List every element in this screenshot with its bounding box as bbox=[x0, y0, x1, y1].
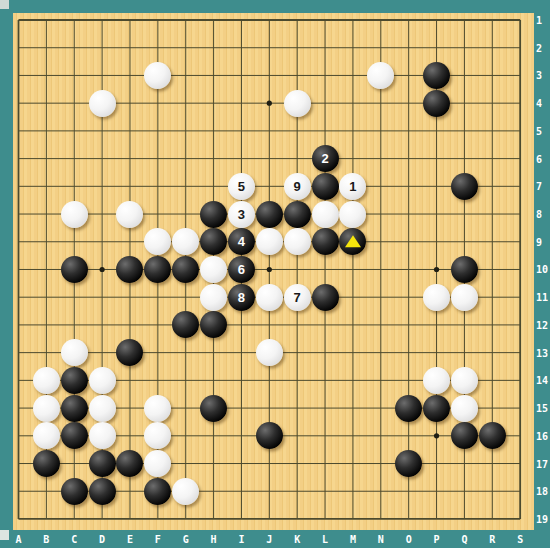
stone-black-F18 bbox=[144, 478, 171, 505]
col-label-K: K bbox=[294, 534, 300, 545]
stone-white-D14 bbox=[89, 367, 116, 394]
row-label-3: 3 bbox=[536, 70, 542, 81]
stone-white-Q14 bbox=[451, 367, 478, 394]
star-point-J4 bbox=[267, 101, 272, 106]
col-label-M: M bbox=[350, 534, 356, 545]
row-label-7: 7 bbox=[536, 181, 542, 192]
move-number-7: 7 bbox=[294, 284, 301, 311]
row-label-17: 17 bbox=[536, 458, 548, 469]
stone-black-D17 bbox=[89, 450, 116, 477]
stone-white-B14 bbox=[33, 367, 60, 394]
stone-black-D18 bbox=[89, 478, 116, 505]
stone-black-L6: 2 bbox=[312, 145, 339, 172]
stone-white-E8 bbox=[116, 201, 143, 228]
row-label-6: 6 bbox=[536, 153, 542, 164]
stone-white-J13 bbox=[256, 339, 283, 366]
stone-white-Q15 bbox=[451, 395, 478, 422]
col-label-P: P bbox=[434, 534, 440, 545]
col-label-C: C bbox=[71, 534, 77, 545]
stone-black-Q10 bbox=[451, 256, 478, 283]
stone-white-B15 bbox=[33, 395, 60, 422]
row-label-1: 1 bbox=[536, 15, 542, 26]
row-label-9: 9 bbox=[536, 236, 542, 247]
stone-white-K9 bbox=[284, 228, 311, 255]
stone-black-O17 bbox=[395, 450, 422, 477]
move-number-4: 4 bbox=[238, 228, 245, 255]
star-point-P10 bbox=[434, 267, 439, 272]
stone-black-I10: 6 bbox=[228, 256, 255, 283]
triangle-marker-icon bbox=[345, 235, 361, 247]
stone-black-I11: 8 bbox=[228, 284, 255, 311]
row-label-15: 15 bbox=[536, 403, 548, 414]
row-label-18: 18 bbox=[536, 486, 548, 497]
stone-black-C14 bbox=[61, 367, 88, 394]
col-label-G: G bbox=[183, 534, 189, 545]
stone-black-R16 bbox=[479, 422, 506, 449]
stone-white-C13 bbox=[61, 339, 88, 366]
stone-white-P14 bbox=[423, 367, 450, 394]
stone-black-B17 bbox=[33, 450, 60, 477]
row-label-19: 19 bbox=[536, 513, 548, 524]
stone-white-K4 bbox=[284, 90, 311, 117]
col-label-Q: Q bbox=[461, 534, 467, 545]
col-label-H: H bbox=[211, 534, 217, 545]
row-label-13: 13 bbox=[536, 347, 548, 358]
stone-white-M8 bbox=[339, 201, 366, 228]
col-label-E: E bbox=[127, 534, 133, 545]
col-label-B: B bbox=[43, 534, 49, 545]
stone-black-C16 bbox=[61, 422, 88, 449]
stone-white-I7: 5 bbox=[228, 173, 255, 200]
stone-white-D4 bbox=[89, 90, 116, 117]
stone-white-B16 bbox=[33, 422, 60, 449]
row-label-14: 14 bbox=[536, 375, 548, 386]
stone-black-O15 bbox=[395, 395, 422, 422]
stone-white-J9 bbox=[256, 228, 283, 255]
col-label-J: J bbox=[266, 534, 272, 545]
col-label-O: O bbox=[406, 534, 412, 545]
stone-white-F15 bbox=[144, 395, 171, 422]
move-number-5: 5 bbox=[238, 173, 245, 200]
row-label-4: 4 bbox=[536, 98, 542, 109]
stone-white-Q11 bbox=[451, 284, 478, 311]
move-number-3: 3 bbox=[238, 201, 245, 228]
stone-white-K7: 9 bbox=[284, 173, 311, 200]
row-label-5: 5 bbox=[536, 125, 542, 136]
stone-black-C18 bbox=[61, 478, 88, 505]
stone-white-D16 bbox=[89, 422, 116, 449]
col-label-D: D bbox=[99, 534, 105, 545]
move-number-9: 9 bbox=[294, 173, 301, 200]
move-number-6: 6 bbox=[238, 256, 245, 283]
stone-black-C10 bbox=[61, 256, 88, 283]
stone-black-P3 bbox=[423, 62, 450, 89]
star-point-J10 bbox=[267, 267, 272, 272]
row-label-10: 10 bbox=[536, 264, 548, 275]
stone-white-C8 bbox=[61, 201, 88, 228]
star-point-P16 bbox=[434, 433, 439, 438]
stone-black-K8 bbox=[284, 201, 311, 228]
col-label-A: A bbox=[15, 534, 21, 545]
col-label-L: L bbox=[322, 534, 328, 545]
window-corner-artifact bbox=[0, 0, 9, 9]
row-label-16: 16 bbox=[536, 430, 548, 441]
stone-white-L8 bbox=[312, 201, 339, 228]
stone-black-J16 bbox=[256, 422, 283, 449]
stone-white-I8: 3 bbox=[228, 201, 255, 228]
stone-black-G10 bbox=[172, 256, 199, 283]
move-number-1: 1 bbox=[349, 173, 356, 200]
move-number-8: 8 bbox=[238, 284, 245, 311]
stone-black-H15 bbox=[200, 395, 227, 422]
stone-black-L7 bbox=[312, 173, 339, 200]
stone-white-H10 bbox=[200, 256, 227, 283]
col-label-S: S bbox=[517, 534, 523, 545]
stone-black-H8 bbox=[200, 201, 227, 228]
stone-black-J8 bbox=[256, 201, 283, 228]
col-label-I: I bbox=[238, 534, 244, 545]
window-corner-artifact bbox=[0, 530, 9, 540]
stone-black-Q16 bbox=[451, 422, 478, 449]
stone-black-Q7 bbox=[451, 173, 478, 200]
stone-white-D15 bbox=[89, 395, 116, 422]
move-number-2: 2 bbox=[321, 145, 328, 172]
stone-black-P15 bbox=[423, 395, 450, 422]
row-label-11: 11 bbox=[536, 292, 548, 303]
stone-black-I9: 4 bbox=[228, 228, 255, 255]
stone-white-J11 bbox=[256, 284, 283, 311]
stone-black-L9 bbox=[312, 228, 339, 255]
go-app-window: 259134687 ABCDEFGHIJKLMNOPQRS 1234567891… bbox=[0, 0, 550, 548]
stone-white-G18 bbox=[172, 478, 199, 505]
stone-black-L11 bbox=[312, 284, 339, 311]
col-label-R: R bbox=[489, 534, 495, 545]
col-label-N: N bbox=[378, 534, 384, 545]
stone-white-H11 bbox=[200, 284, 227, 311]
stone-white-P11 bbox=[423, 284, 450, 311]
stone-black-P4 bbox=[423, 90, 450, 117]
star-point-D10 bbox=[100, 267, 105, 272]
stone-black-C15 bbox=[61, 395, 88, 422]
col-label-F: F bbox=[155, 534, 161, 545]
row-label-12: 12 bbox=[536, 319, 548, 330]
stone-white-K11: 7 bbox=[284, 284, 311, 311]
row-label-2: 2 bbox=[536, 42, 542, 53]
row-label-8: 8 bbox=[536, 209, 542, 220]
